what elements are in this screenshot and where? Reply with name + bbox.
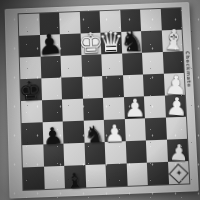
piece-black-knight[interactable]: ♞ bbox=[116, 28, 148, 56]
square-d4[interactable] bbox=[82, 98, 103, 121]
piece-black-pawn[interactable]: ♟ bbox=[32, 29, 67, 60]
square-f7[interactable]: ♞ bbox=[121, 31, 142, 53]
square-e1[interactable] bbox=[106, 163, 128, 186]
square-h4[interactable]: ♟ bbox=[164, 95, 186, 118]
board-grid: ♟♚♛♞♝♚♟♟♟♟♞♟♟♝✦ bbox=[19, 8, 190, 190]
square-d5[interactable] bbox=[82, 76, 103, 99]
square-h7[interactable]: ♝ bbox=[161, 30, 182, 52]
square-g1[interactable] bbox=[147, 162, 169, 185]
piece-white-pawn[interactable]: ♟ bbox=[162, 142, 196, 166]
chess-board: ♟♚♛♞♝♚♟♟♟♟♞♟♟♝✦ Checkmate bbox=[5, 2, 199, 199]
piece-black-bishop[interactable]: ♝ bbox=[58, 169, 92, 192]
compass-diamond-logo: ✦ bbox=[168, 164, 188, 184]
square-f1[interactable] bbox=[126, 163, 148, 186]
square-b3[interactable]: ♟ bbox=[42, 121, 63, 144]
square-c1[interactable]: ♝ bbox=[64, 165, 85, 188]
square-a1[interactable] bbox=[23, 167, 44, 190]
piece-white-pawn[interactable]: ♟ bbox=[118, 97, 151, 122]
board-brand-text: Checkmate bbox=[185, 51, 193, 88]
square-h2[interactable]: ♟ bbox=[166, 139, 188, 162]
piece-white-pawn[interactable]: ♟ bbox=[98, 121, 131, 145]
square-f4[interactable]: ♟ bbox=[123, 96, 144, 119]
square-a5[interactable]: ♚ bbox=[20, 78, 41, 101]
square-c5[interactable] bbox=[61, 77, 82, 100]
square-e3[interactable]: ♟ bbox=[104, 119, 125, 142]
piece-black-pawn[interactable]: ♟ bbox=[35, 122, 70, 149]
piece-black-king[interactable]: ♚ bbox=[12, 76, 47, 106]
square-c4[interactable] bbox=[62, 99, 83, 122]
board-photo: ♟♚♛♞♝♚♟♟♟♟♞♟♟♝✦ Checkmate bbox=[0, 0, 200, 200]
piece-white-pawn[interactable]: ♟ bbox=[159, 95, 193, 121]
square-b7[interactable]: ♟ bbox=[40, 34, 61, 56]
square-b4[interactable] bbox=[41, 99, 62, 122]
square-e5[interactable] bbox=[102, 75, 123, 98]
